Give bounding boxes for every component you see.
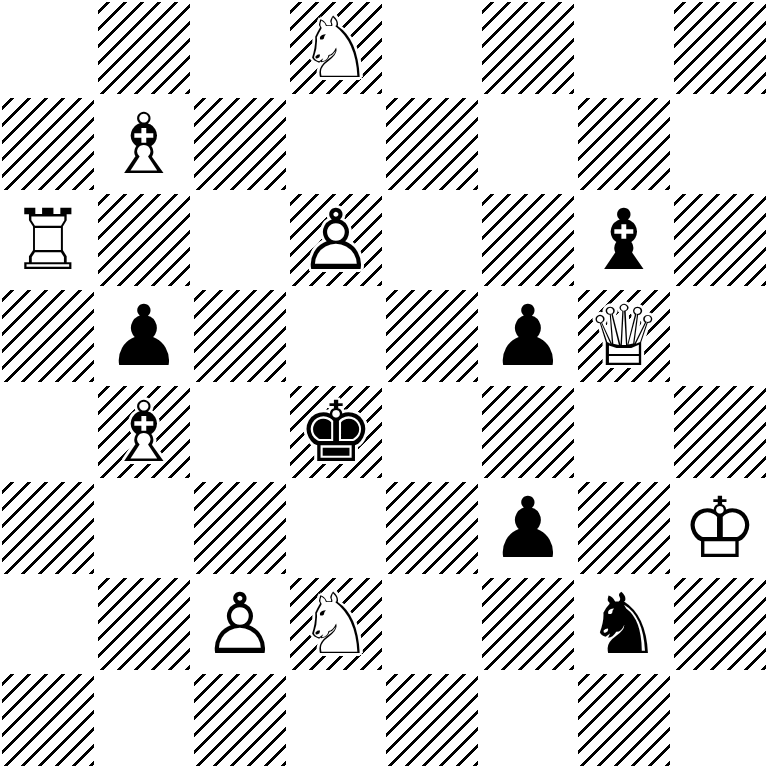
black-knight-icon: ♞ <box>576 576 672 672</box>
square-c8[interactable] <box>192 0 288 96</box>
square-a7[interactable] <box>0 96 96 192</box>
square-g7[interactable] <box>576 96 672 192</box>
square-g1[interactable] <box>576 672 672 768</box>
square-e3[interactable] <box>384 480 480 576</box>
square-g5[interactable]: ♛♕ <box>576 288 672 384</box>
square-c3[interactable] <box>192 480 288 576</box>
square-g3[interactable] <box>576 480 672 576</box>
white-knight-d2[interactable]: ♞♘ <box>288 576 384 672</box>
black-pawn-f5[interactable]: ♟ <box>480 288 576 384</box>
white-queen-icon: ♕ <box>576 288 672 384</box>
square-b4[interactable]: ♝♗ <box>96 384 192 480</box>
white-pawn-d6[interactable]: ♟♙ <box>288 192 384 288</box>
square-d2[interactable]: ♞♘ <box>288 576 384 672</box>
chess-board: ♞♘♝♗♜♖♟♙♝♟♟♛♕♝♗♚♟♚♔♟♙♞♘♞ <box>0 0 768 768</box>
square-e7[interactable] <box>384 96 480 192</box>
square-f3[interactable]: ♟ <box>480 480 576 576</box>
white-rook-icon: ♖ <box>0 192 96 288</box>
square-f7[interactable] <box>480 96 576 192</box>
square-h2[interactable] <box>672 576 768 672</box>
black-bishop-g6[interactable]: ♝ <box>576 192 672 288</box>
square-c2[interactable]: ♟♙ <box>192 576 288 672</box>
square-b2[interactable] <box>96 576 192 672</box>
white-bishop-icon: ♗ <box>96 384 192 480</box>
square-a8[interactable] <box>0 0 96 96</box>
square-h7[interactable] <box>672 96 768 192</box>
black-king-d4[interactable]: ♚ <box>288 384 384 480</box>
square-h1[interactable] <box>672 672 768 768</box>
black-pawn-icon: ♟ <box>480 480 576 576</box>
white-pawn-c2[interactable]: ♟♙ <box>192 576 288 672</box>
white-queen-g5[interactable]: ♛♕ <box>576 288 672 384</box>
white-pawn-icon: ♙ <box>192 576 288 672</box>
square-e6[interactable] <box>384 192 480 288</box>
square-e5[interactable] <box>384 288 480 384</box>
square-g4[interactable] <box>576 384 672 480</box>
square-f6[interactable] <box>480 192 576 288</box>
black-pawn-icon: ♟ <box>96 288 192 384</box>
square-a2[interactable] <box>0 576 96 672</box>
square-d6[interactable]: ♟♙ <box>288 192 384 288</box>
square-a6[interactable]: ♜♖ <box>0 192 96 288</box>
black-pawn-icon: ♟ <box>480 288 576 384</box>
square-b1[interactable] <box>96 672 192 768</box>
white-bishop-b7[interactable]: ♝♗ <box>96 96 192 192</box>
square-b8[interactable] <box>96 0 192 96</box>
square-g2[interactable]: ♞ <box>576 576 672 672</box>
square-d3[interactable] <box>288 480 384 576</box>
square-c7[interactable] <box>192 96 288 192</box>
square-d7[interactable] <box>288 96 384 192</box>
square-a4[interactable] <box>0 384 96 480</box>
black-king-icon: ♚ <box>288 384 384 480</box>
square-f5[interactable]: ♟ <box>480 288 576 384</box>
square-f8[interactable] <box>480 0 576 96</box>
square-h5[interactable] <box>672 288 768 384</box>
square-h8[interactable] <box>672 0 768 96</box>
square-h3[interactable]: ♚♔ <box>672 480 768 576</box>
white-rook-a6[interactable]: ♜♖ <box>0 192 96 288</box>
square-f1[interactable] <box>480 672 576 768</box>
white-knight-icon: ♘ <box>288 576 384 672</box>
white-king-h3[interactable]: ♚♔ <box>672 480 768 576</box>
square-e8[interactable] <box>384 0 480 96</box>
square-h4[interactable] <box>672 384 768 480</box>
square-a1[interactable] <box>0 672 96 768</box>
white-bishop-b4[interactable]: ♝♗ <box>96 384 192 480</box>
square-g6[interactable]: ♝ <box>576 192 672 288</box>
white-bishop-icon: ♗ <box>96 96 192 192</box>
square-f4[interactable] <box>480 384 576 480</box>
square-b3[interactable] <box>96 480 192 576</box>
square-e4[interactable] <box>384 384 480 480</box>
black-pawn-f3[interactable]: ♟ <box>480 480 576 576</box>
square-b7[interactable]: ♝♗ <box>96 96 192 192</box>
square-h6[interactable] <box>672 192 768 288</box>
black-knight-g2[interactable]: ♞ <box>576 576 672 672</box>
black-pawn-b5[interactable]: ♟ <box>96 288 192 384</box>
black-bishop-icon: ♝ <box>576 192 672 288</box>
square-a5[interactable] <box>0 288 96 384</box>
square-d1[interactable] <box>288 672 384 768</box>
square-a3[interactable] <box>0 480 96 576</box>
square-g8[interactable] <box>576 0 672 96</box>
square-d4[interactable]: ♚ <box>288 384 384 480</box>
white-knight-icon: ♘ <box>288 0 384 96</box>
square-c1[interactable] <box>192 672 288 768</box>
white-pawn-icon: ♙ <box>288 192 384 288</box>
square-d5[interactable] <box>288 288 384 384</box>
square-e2[interactable] <box>384 576 480 672</box>
square-c6[interactable] <box>192 192 288 288</box>
white-knight-d8[interactable]: ♞♘ <box>288 0 384 96</box>
square-f2[interactable] <box>480 576 576 672</box>
square-b5[interactable]: ♟ <box>96 288 192 384</box>
square-b6[interactable] <box>96 192 192 288</box>
square-d8[interactable]: ♞♘ <box>288 0 384 96</box>
square-e1[interactable] <box>384 672 480 768</box>
white-king-icon: ♔ <box>672 480 768 576</box>
square-c5[interactable] <box>192 288 288 384</box>
square-c4[interactable] <box>192 384 288 480</box>
